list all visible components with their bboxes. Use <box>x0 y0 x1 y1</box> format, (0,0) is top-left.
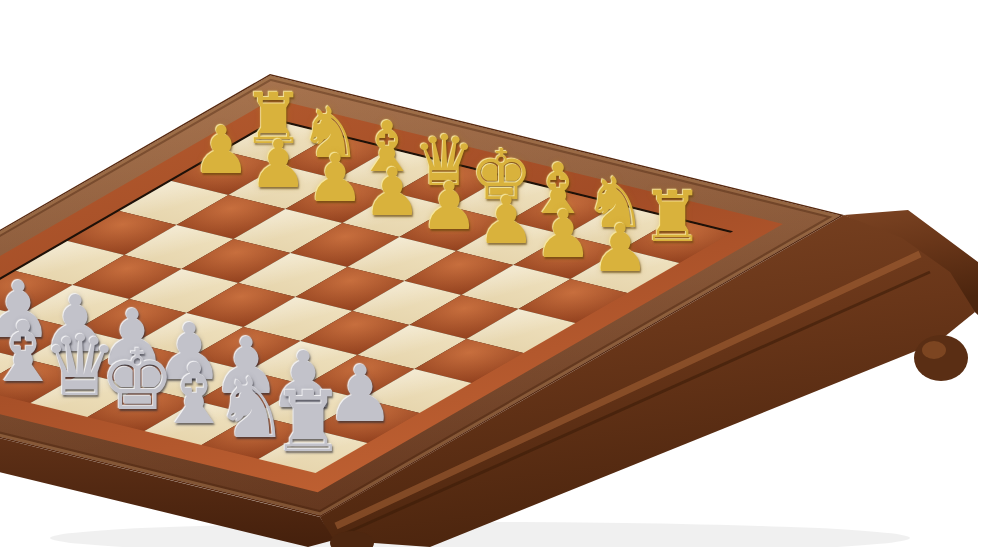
pawn-glyph: ♟ <box>476 188 535 254</box>
pawn-glyph: ♟ <box>533 202 592 268</box>
pawn-glyph: ♟ <box>590 216 649 282</box>
bun-foot-right-highlight <box>922 341 946 359</box>
rook-glyph: ♜ <box>270 380 345 464</box>
pawn-glyph: ♟ <box>191 118 250 184</box>
pawn-glyph: ♟ <box>362 160 421 226</box>
bun-foot-right <box>914 335 968 381</box>
pawn-glyph: ♟ <box>248 132 307 198</box>
chess-set-photo: ♜♞♝♛♚♝♞♜♟♟♟♟♟♟♟♟♟♟♟♟♟♟♟♟♜♞♝♛♚♝♞♜ <box>0 0 1000 547</box>
pawn-glyph: ♟ <box>305 146 364 212</box>
pawn-glyph: ♟ <box>419 174 478 240</box>
